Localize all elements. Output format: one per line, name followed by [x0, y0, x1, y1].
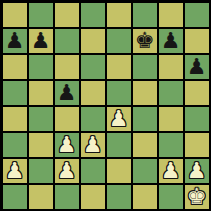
square-h1[interactable]: ♚ [185, 185, 209, 209]
square-c3[interactable]: ♟ [55, 133, 79, 157]
square-c1[interactable] [55, 185, 79, 209]
square-h7[interactable] [185, 29, 209, 53]
square-g5[interactable] [159, 81, 183, 105]
square-c4[interactable] [55, 107, 79, 131]
square-c6[interactable] [55, 55, 79, 79]
square-a7[interactable]: ♟ [3, 29, 27, 53]
square-e6[interactable] [107, 55, 131, 79]
square-g8[interactable] [159, 3, 183, 27]
square-d6[interactable] [81, 55, 105, 79]
square-b2[interactable] [29, 159, 53, 183]
square-b1[interactable] [29, 185, 53, 209]
square-b5[interactable] [29, 81, 53, 105]
square-d3[interactable]: ♟ [81, 133, 105, 157]
square-e7[interactable] [107, 29, 131, 53]
square-g1[interactable] [159, 185, 183, 209]
square-a6[interactable] [3, 55, 27, 79]
square-c7[interactable] [55, 29, 79, 53]
square-b8[interactable] [29, 3, 53, 27]
chess-board: ♟♟♚♟♟♟♟♟♟♟♟♟♟♚ [1, 1, 211, 211]
square-g2[interactable]: ♟ [159, 159, 183, 183]
white-pawn-a2[interactable]: ♟ [5, 159, 25, 183]
square-c2[interactable]: ♟ [55, 159, 79, 183]
chess-board-container: ♟♟♚♟♟♟♟♟♟♟♟♟♟♚ [0, 0, 211, 211]
white-pawn-c2[interactable]: ♟ [57, 159, 77, 183]
square-e4[interactable]: ♟ [107, 107, 131, 131]
black-pawn-g7[interactable]: ♟ [161, 29, 181, 53]
square-f6[interactable] [133, 55, 157, 79]
square-f5[interactable] [133, 81, 157, 105]
square-f7[interactable]: ♚ [133, 29, 157, 53]
white-pawn-d3[interactable]: ♟ [83, 133, 103, 157]
white-pawn-c3[interactable]: ♟ [57, 133, 77, 157]
square-h4[interactable] [185, 107, 209, 131]
square-b7[interactable]: ♟ [29, 29, 53, 53]
square-h5[interactable] [185, 81, 209, 105]
square-d5[interactable] [81, 81, 105, 105]
square-e5[interactable] [107, 81, 131, 105]
square-f2[interactable] [133, 159, 157, 183]
square-d8[interactable] [81, 3, 105, 27]
square-d4[interactable] [81, 107, 105, 131]
square-d7[interactable] [81, 29, 105, 53]
square-g3[interactable] [159, 133, 183, 157]
square-a2[interactable]: ♟ [3, 159, 27, 183]
square-f3[interactable] [133, 133, 157, 157]
square-e2[interactable] [107, 159, 131, 183]
square-h8[interactable] [185, 3, 209, 27]
square-b6[interactable] [29, 55, 53, 79]
square-c8[interactable] [55, 3, 79, 27]
square-f4[interactable] [133, 107, 157, 131]
square-c5[interactable]: ♟ [55, 81, 79, 105]
black-king-f7[interactable]: ♚ [135, 29, 155, 53]
square-d2[interactable] [81, 159, 105, 183]
square-b4[interactable] [29, 107, 53, 131]
square-f1[interactable] [133, 185, 157, 209]
square-a8[interactable] [3, 3, 27, 27]
black-pawn-b7[interactable]: ♟ [31, 29, 51, 53]
white-pawn-e4[interactable]: ♟ [109, 107, 129, 131]
square-a5[interactable] [3, 81, 27, 105]
square-h3[interactable] [185, 133, 209, 157]
white-pawn-g2[interactable]: ♟ [161, 159, 181, 183]
square-a3[interactable] [3, 133, 27, 157]
square-g6[interactable] [159, 55, 183, 79]
square-e8[interactable] [107, 3, 131, 27]
square-a4[interactable] [3, 107, 27, 131]
square-e1[interactable] [107, 185, 131, 209]
square-h6[interactable]: ♟ [185, 55, 209, 79]
black-pawn-c5[interactable]: ♟ [57, 81, 77, 105]
black-pawn-h6[interactable]: ♟ [187, 55, 207, 79]
white-pawn-h2[interactable]: ♟ [187, 159, 207, 183]
square-g7[interactable]: ♟ [159, 29, 183, 53]
square-a1[interactable] [3, 185, 27, 209]
black-pawn-a7[interactable]: ♟ [5, 29, 25, 53]
square-d1[interactable] [81, 185, 105, 209]
square-h2[interactable]: ♟ [185, 159, 209, 183]
square-e3[interactable] [107, 133, 131, 157]
square-b3[interactable] [29, 133, 53, 157]
white-king-h1[interactable]: ♚ [187, 185, 207, 209]
square-g4[interactable] [159, 107, 183, 131]
square-f8[interactable] [133, 3, 157, 27]
